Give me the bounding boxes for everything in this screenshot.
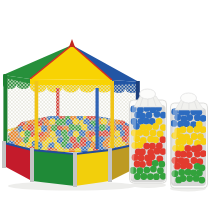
ball [180,138,187,145]
ball [150,130,157,137]
ball [139,161,146,168]
base-post-right [108,148,112,182]
scene-svg [0,0,210,210]
pole-inner-right [96,88,99,149]
ball [194,151,201,158]
ball [152,123,159,130]
base-post-far-left [2,141,6,168]
pole-far-left [3,74,7,143]
ball [153,173,160,180]
ball [186,151,193,158]
ball [200,126,207,133]
pole-left [35,81,39,150]
ball [137,167,144,174]
ball [139,149,146,156]
base-front-left-face [32,150,75,186]
ball [152,160,159,167]
ball [160,136,167,143]
base-post-left [30,148,34,182]
bag-tie-cap [181,93,197,103]
ball [134,173,141,180]
ball [138,155,145,162]
ball [152,136,159,143]
ball [185,145,192,152]
ball [160,148,167,155]
ball [180,151,187,158]
ball-bag-right [171,93,208,188]
ball [147,173,154,180]
ball [200,138,207,145]
ball [143,167,150,174]
ball [198,177,205,184]
ball [154,148,161,155]
ball [191,157,198,164]
ball [137,129,144,136]
pole-right [110,81,114,150]
ball [143,118,150,125]
ball [149,143,156,150]
ball [180,126,187,133]
ball [180,175,187,182]
ball [154,111,161,118]
ball [180,163,187,170]
ball [137,142,144,149]
ball [158,161,165,168]
ball [178,169,185,176]
ball [196,145,203,152]
ball [183,120,190,127]
ball [194,126,201,133]
netting-panels [5,78,138,151]
ball [186,138,193,145]
bag-tie-cap [140,89,156,99]
ball [186,163,193,170]
ball [178,145,185,152]
ball-bag-left [130,89,167,183]
base-post-center [73,152,77,187]
ball [149,153,156,160]
ball [150,166,157,173]
product-photo [0,0,210,210]
ball [146,112,153,119]
ball [200,115,207,122]
ball [140,173,147,180]
ball [200,150,207,157]
ball [143,130,150,137]
base-front-right-face [75,150,110,186]
ball [186,175,193,182]
ball [186,114,193,121]
ball [187,126,194,133]
